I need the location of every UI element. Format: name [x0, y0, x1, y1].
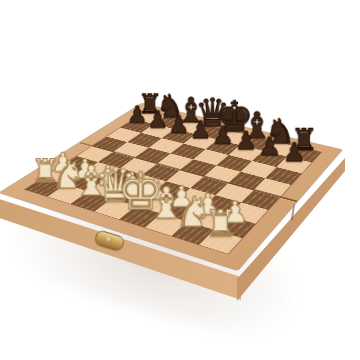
product-photo-scene: ♜♞♝♛♚♝♞♜♟♟♟♟♟♟♟♟♟♟♟♟♟♟♟♟♜♞♝♛♚♝♞♜: [0, 0, 360, 360]
chess-piece-black-rook: ♜: [129, 65, 171, 117]
